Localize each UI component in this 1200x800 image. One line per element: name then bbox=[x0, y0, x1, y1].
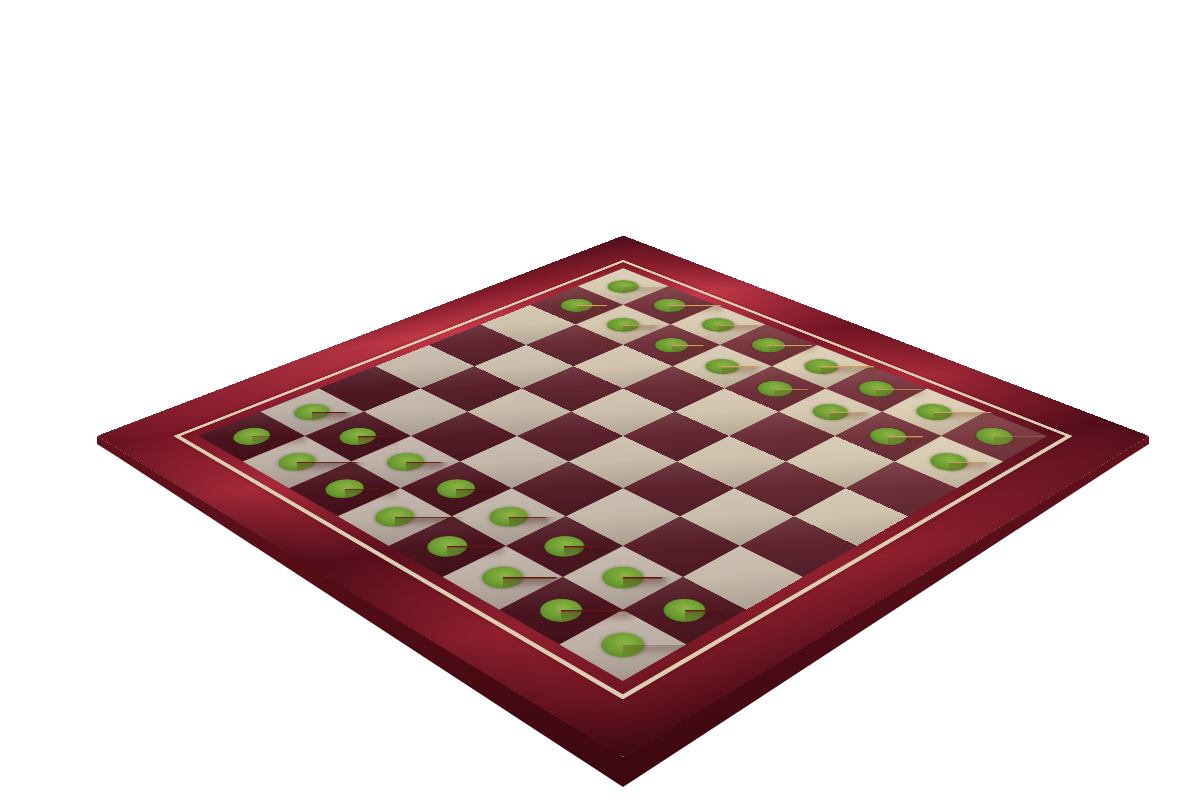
chess-set-photo: ♜♞♝♛♚♝♞♜♟♟♟♟♟♟♟♟♟♟♟♟♟♟♟♟♜♞♝♚♛♝♞♜ bbox=[0, 0, 1200, 800]
board-grid: ♜♞♝♛♚♝♞♜♟♟♟♟♟♟♟♟♟♟♟♟♟♟♟♟♜♞♝♚♛♝♞♜ bbox=[199, 268, 1048, 681]
square-e3 bbox=[675, 388, 779, 436]
chessboard: ♜♞♝♛♚♝♞♜♟♟♟♟♟♟♟♟♟♟♟♟♟♟♟♟♜♞♝♚♛♝♞♜ bbox=[97, 236, 1149, 758]
scene: ♜♞♝♛♚♝♞♜♟♟♟♟♟♟♟♟♟♟♟♟♟♟♟♟♜♞♝♚♛♝♞♜ bbox=[0, 0, 1200, 800]
